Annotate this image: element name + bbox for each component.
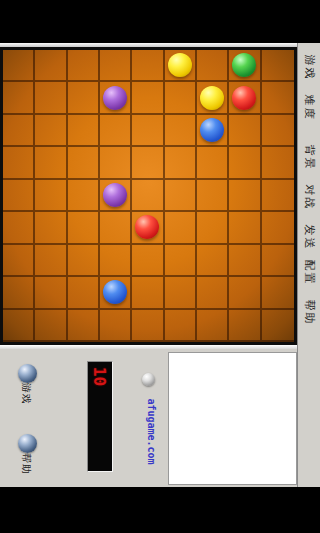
cell-r5c3[interactable] <box>68 180 100 212</box>
help-button[interactable]: 帮助 <box>14 456 38 472</box>
cell-r1c1[interactable] <box>3 50 35 82</box>
cell-r7c7[interactable] <box>197 245 229 277</box>
cell-r6c1[interactable] <box>3 212 35 244</box>
cell-r2c8[interactable] <box>229 82 261 114</box>
ball-purple <box>103 183 127 207</box>
cell-r3c4[interactable] <box>100 115 132 147</box>
cell-r8c8[interactable] <box>229 277 261 309</box>
cell-r3c2[interactable] <box>35 115 67 147</box>
info-panel <box>168 352 297 485</box>
cell-r4c5[interactable] <box>132 147 164 179</box>
cell-r6c4[interactable] <box>100 212 132 244</box>
cell-r8c1[interactable] <box>3 277 35 309</box>
cell-r3c6[interactable] <box>165 115 197 147</box>
cell-r4c7[interactable] <box>197 147 229 179</box>
board <box>3 50 294 342</box>
cell-r4c6[interactable] <box>165 147 197 179</box>
right-menu-bar: 游戏 难度 背景 对战 发送 配置 帮助 <box>297 43 320 487</box>
menu-item-background-label: 背景 <box>302 144 317 170</box>
cell-r3c8[interactable] <box>229 115 261 147</box>
ball-yellow <box>168 53 192 77</box>
cell-r8c6[interactable] <box>165 277 197 309</box>
game-button[interactable]: 游戏 <box>14 386 38 402</box>
ball-blue <box>200 118 224 142</box>
cell-r1c3[interactable] <box>68 50 100 82</box>
ball-red <box>232 86 256 110</box>
cell-r9c3[interactable] <box>68 310 100 342</box>
menu-item-send-label: 发送 <box>302 224 317 250</box>
cell-r8c2[interactable] <box>35 277 67 309</box>
cell-r7c9[interactable] <box>262 245 294 277</box>
cell-r6c2[interactable] <box>35 212 67 244</box>
cell-r1c4[interactable] <box>100 50 132 82</box>
board-frame <box>0 47 297 345</box>
game-button-icon[interactable] <box>18 364 37 383</box>
watermark-bar: 木蚂蚁 mumayi.com <box>0 487 320 533</box>
brand-url-text: afugame.com <box>145 398 156 464</box>
cell-r9c2[interactable] <box>35 310 67 342</box>
menu-item-versus[interactable]: 对战 <box>298 184 320 210</box>
ball-purple <box>103 86 127 110</box>
cell-r8c4[interactable] <box>100 277 132 309</box>
help-button-icon[interactable] <box>18 434 37 453</box>
cell-r5c5[interactable] <box>132 180 164 212</box>
cell-r2c5[interactable] <box>132 82 164 114</box>
menu-item-help[interactable]: 帮助 <box>298 299 320 325</box>
menu-item-difficulty-label: 难度 <box>302 94 317 120</box>
game-button-label: 游戏 <box>19 383 33 405</box>
menu-item-versus-label: 对战 <box>302 184 317 210</box>
ball-yellow <box>200 86 224 110</box>
cell-r6c8[interactable] <box>229 212 261 244</box>
menu-item-help-label: 帮助 <box>302 299 317 325</box>
cell-r7c8[interactable] <box>229 245 261 277</box>
cell-r3c1[interactable] <box>3 115 35 147</box>
ball-green <box>232 53 256 77</box>
cell-r1c5[interactable] <box>132 50 164 82</box>
cell-r4c8[interactable] <box>229 147 261 179</box>
cell-r2c2[interactable] <box>35 82 67 114</box>
cell-r7c2[interactable] <box>35 245 67 277</box>
menu-item-background[interactable]: 背景 <box>298 144 320 170</box>
brand-radio-icon[interactable] <box>142 373 155 386</box>
cell-r2c6[interactable] <box>165 82 197 114</box>
cell-r6c6[interactable] <box>165 212 197 244</box>
cell-r7c4[interactable] <box>100 245 132 277</box>
cell-r4c1[interactable] <box>3 147 35 179</box>
menu-item-send[interactable]: 发送 <box>298 224 320 250</box>
cell-r7c3[interactable] <box>68 245 100 277</box>
cell-r5c1[interactable] <box>3 180 35 212</box>
cell-r7c5[interactable] <box>132 245 164 277</box>
cell-r9c9[interactable] <box>262 310 294 342</box>
menu-item-game-label: 游戏 <box>302 54 317 80</box>
cell-r9c7[interactable] <box>197 310 229 342</box>
cell-r8c5[interactable] <box>132 277 164 309</box>
ball-blue <box>103 280 127 304</box>
cell-r6c3[interactable] <box>68 212 100 244</box>
cell-r8c7[interactable] <box>197 277 229 309</box>
cell-r5c6[interactable] <box>165 180 197 212</box>
cell-r6c7[interactable] <box>197 212 229 244</box>
cell-r5c8[interactable] <box>229 180 261 212</box>
cell-r3c9[interactable] <box>262 115 294 147</box>
cell-r2c1[interactable] <box>3 82 35 114</box>
menu-item-game[interactable]: 游戏 <box>298 54 320 80</box>
cell-r2c9[interactable] <box>262 82 294 114</box>
cell-r4c2[interactable] <box>35 147 67 179</box>
cell-r4c4[interactable] <box>100 147 132 179</box>
cell-r2c3[interactable] <box>68 82 100 114</box>
app-screen: 游戏 难度 背景 对战 发送 配置 帮助 游戏 帮助 10 afugame.co… <box>0 0 320 533</box>
cell-r5c4[interactable] <box>100 180 132 212</box>
cell-r9c8[interactable] <box>229 310 261 342</box>
cell-r3c5[interactable] <box>132 115 164 147</box>
score-digits: 10 <box>90 366 109 385</box>
help-button-label: 帮助 <box>19 453 33 475</box>
cell-r1c2[interactable] <box>35 50 67 82</box>
cell-r8c3[interactable] <box>68 277 100 309</box>
menu-item-difficulty[interactable]: 难度 <box>298 94 320 120</box>
menu-item-config[interactable]: 配置 <box>298 259 320 285</box>
cell-r6c9[interactable] <box>262 212 294 244</box>
cell-r2c7[interactable] <box>197 82 229 114</box>
board-bottom-edge <box>0 345 297 349</box>
cell-r2c4[interactable] <box>100 82 132 114</box>
cell-r6c5[interactable] <box>132 212 164 244</box>
cell-r4c3[interactable] <box>68 147 100 179</box>
cell-r4c9[interactable] <box>262 147 294 179</box>
cell-r8c9[interactable] <box>262 277 294 309</box>
status-bar <box>0 0 320 43</box>
cell-r9c1[interactable] <box>3 310 35 342</box>
cell-r5c7[interactable] <box>197 180 229 212</box>
score-value: 10 <box>85 364 115 388</box>
cell-r5c9[interactable] <box>262 180 294 212</box>
cell-r1c6[interactable] <box>165 50 197 82</box>
ball-red <box>135 215 159 239</box>
cell-r3c7[interactable] <box>197 115 229 147</box>
cell-r3c3[interactable] <box>68 115 100 147</box>
menu-item-config-label: 配置 <box>302 259 317 285</box>
cell-r7c6[interactable] <box>165 245 197 277</box>
cell-r7c1[interactable] <box>3 245 35 277</box>
cell-r5c2[interactable] <box>35 180 67 212</box>
cell-r1c9[interactable] <box>262 50 294 82</box>
cell-r9c5[interactable] <box>132 310 164 342</box>
cell-r9c6[interactable] <box>165 310 197 342</box>
cell-r9c4[interactable] <box>100 310 132 342</box>
cell-r1c7[interactable] <box>197 50 229 82</box>
cell-r1c8[interactable] <box>229 50 261 82</box>
